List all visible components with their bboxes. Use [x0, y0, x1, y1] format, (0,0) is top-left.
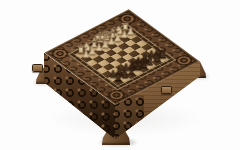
- latch-knob-left: [32, 64, 43, 72]
- product-photo-canvas: ♜♞♝♚♛♝♞♜♟♟♟♟♟♟♟♟♟♟♟♟♟♟♟♟♜♞♝♚♛♝♞♜: [0, 0, 240, 150]
- chess-board: ♜♞♝♚♛♝♞♜♟♟♟♟♟♟♟♟♟♟♟♟♟♟♟♟♜♞♝♚♛♝♞♜: [76, 28, 169, 85]
- latch-knob-right: [161, 86, 172, 94]
